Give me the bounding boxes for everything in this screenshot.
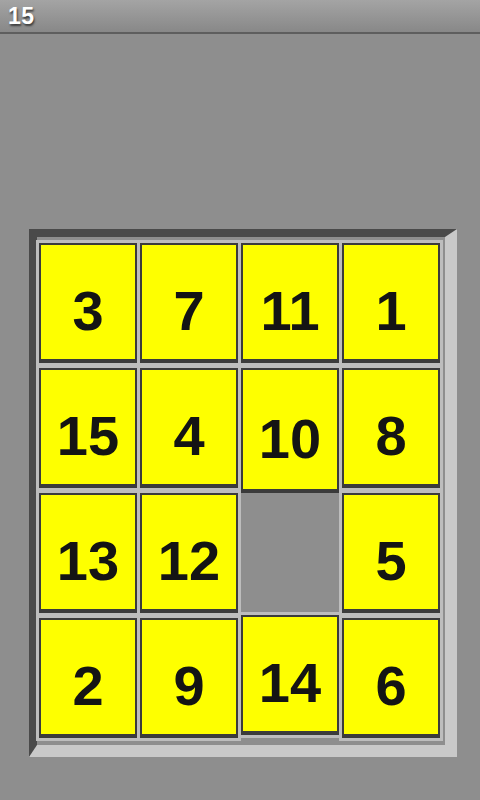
tile-4[interactable]: 4 [140, 368, 238, 488]
tile-13[interactable]: 13 [39, 493, 137, 613]
tile-number: 4 [173, 408, 204, 464]
puzzle-board-frame: 371111541081312529146 [29, 229, 457, 757]
tile-14[interactable]: 14 [241, 615, 339, 735]
tile-number: 11 [260, 283, 319, 339]
app-title: 15 [8, 3, 35, 30]
tile-9[interactable]: 9 [140, 618, 238, 738]
tile-6[interactable]: 6 [342, 618, 440, 738]
tile-number: 3 [72, 283, 103, 339]
tile-11[interactable]: 11 [241, 243, 339, 363]
tile-number: 8 [375, 408, 406, 464]
tile-number: 14 [259, 655, 321, 711]
empty-cell [241, 493, 339, 613]
tile-15[interactable]: 15 [39, 368, 137, 488]
tile-12[interactable]: 12 [140, 493, 238, 613]
tile-1[interactable]: 1 [342, 243, 440, 363]
tile-number: 12 [158, 533, 220, 589]
title-bar: 15 [0, 0, 480, 34]
tile-3[interactable]: 3 [39, 243, 137, 363]
tile-number: 5 [375, 533, 406, 589]
tile-7[interactable]: 7 [140, 243, 238, 363]
tile-number: 7 [173, 283, 204, 339]
tile-number: 15 [57, 408, 119, 464]
tile-number: 9 [173, 658, 204, 714]
tile-number: 10 [259, 411, 321, 467]
tile-5[interactable]: 5 [342, 493, 440, 613]
tile-number: 13 [57, 533, 119, 589]
tile-number: 6 [375, 658, 406, 714]
puzzle-grid: 371111541081312529146 [37, 237, 445, 738]
tile-2[interactable]: 2 [39, 618, 137, 738]
tile-number: 2 [72, 658, 103, 714]
tile-number: 1 [375, 283, 406, 339]
tile-10[interactable]: 10 [241, 368, 339, 493]
tile-8[interactable]: 8 [342, 368, 440, 488]
